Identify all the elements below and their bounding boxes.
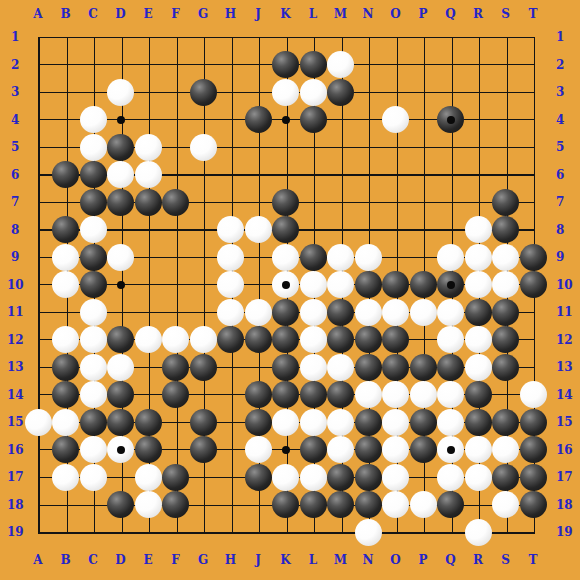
intersection-J10[interactable] xyxy=(244,271,272,299)
intersection-T8[interactable] xyxy=(519,216,547,244)
white-stone-C5[interactable] xyxy=(80,134,107,161)
black-stone-L14[interactable] xyxy=(300,381,327,408)
black-stone-K18[interactable] xyxy=(272,491,299,518)
black-stone-D15[interactable] xyxy=(107,409,134,436)
intersection-H19[interactable] xyxy=(217,518,245,546)
intersection-H11[interactable] xyxy=(217,298,245,326)
intersection-P12[interactable] xyxy=(409,326,437,354)
intersection-N11[interactable] xyxy=(354,298,382,326)
black-stone-F7[interactable] xyxy=(162,189,189,216)
white-stone-C13[interactable] xyxy=(80,354,107,381)
intersection-F18[interactable] xyxy=(162,491,190,519)
intersection-P7[interactable] xyxy=(409,188,437,216)
white-stone-T14[interactable] xyxy=(520,381,547,408)
intersection-S14[interactable] xyxy=(492,381,520,409)
intersection-F19[interactable] xyxy=(162,518,190,546)
intersection-N9[interactable] xyxy=(354,243,382,271)
intersection-C6[interactable] xyxy=(79,161,107,189)
black-stone-N17[interactable] xyxy=(355,464,382,491)
intersection-J4[interactable] xyxy=(244,106,272,134)
intersection-D1[interactable] xyxy=(107,23,135,51)
intersection-N4[interactable] xyxy=(354,106,382,134)
intersection-L13[interactable] xyxy=(299,353,327,381)
black-stone-S7[interactable] xyxy=(492,189,519,216)
intersection-E14[interactable] xyxy=(134,381,162,409)
black-stone-C7[interactable] xyxy=(80,189,107,216)
intersection-O12[interactable] xyxy=(382,326,410,354)
black-stone-T17[interactable] xyxy=(520,464,547,491)
intersection-C15[interactable] xyxy=(79,408,107,436)
intersection-D9[interactable] xyxy=(107,243,135,271)
intersection-B19[interactable] xyxy=(52,518,80,546)
white-stone-L11[interactable] xyxy=(300,299,327,326)
black-stone-O10[interactable] xyxy=(382,271,409,298)
intersection-K3[interactable] xyxy=(272,78,300,106)
intersection-M14[interactable] xyxy=(327,381,355,409)
black-stone-B14[interactable] xyxy=(52,381,79,408)
black-stone-J12[interactable] xyxy=(245,326,272,353)
intersection-S17[interactable] xyxy=(492,463,520,491)
intersection-R6[interactable] xyxy=(464,161,492,189)
intersection-D5[interactable] xyxy=(107,133,135,161)
black-stone-B6[interactable] xyxy=(52,161,79,188)
black-stone-M14[interactable] xyxy=(327,381,354,408)
intersection-L10[interactable] xyxy=(299,271,327,299)
intersection-J16[interactable] xyxy=(244,436,272,464)
intersection-A4[interactable] xyxy=(24,106,52,134)
black-stone-G3[interactable] xyxy=(190,79,217,106)
intersection-R13[interactable] xyxy=(464,353,492,381)
intersection-G12[interactable] xyxy=(189,326,217,354)
white-stone-E18[interactable] xyxy=(135,491,162,518)
intersection-R1[interactable] xyxy=(464,23,492,51)
intersection-F5[interactable] xyxy=(162,133,190,161)
intersection-T6[interactable] xyxy=(519,161,547,189)
intersection-E13[interactable] xyxy=(134,353,162,381)
black-stone-M12[interactable] xyxy=(327,326,354,353)
intersection-F6[interactable] xyxy=(162,161,190,189)
intersection-L1[interactable] xyxy=(299,23,327,51)
intersection-N10[interactable] xyxy=(354,271,382,299)
black-stone-L9[interactable] xyxy=(300,244,327,271)
white-stone-H8[interactable] xyxy=(217,216,244,243)
intersection-A18[interactable] xyxy=(24,491,52,519)
intersection-H9[interactable] xyxy=(217,243,245,271)
intersection-F7[interactable] xyxy=(162,188,190,216)
white-stone-J11[interactable] xyxy=(245,299,272,326)
intersection-K15[interactable] xyxy=(272,408,300,436)
black-stone-R15[interactable] xyxy=(465,409,492,436)
black-stone-G15[interactable] xyxy=(190,409,217,436)
black-stone-S15[interactable] xyxy=(492,409,519,436)
intersection-B14[interactable] xyxy=(52,381,80,409)
white-stone-M10[interactable] xyxy=(327,271,354,298)
white-stone-A15[interactable] xyxy=(25,409,52,436)
intersection-H7[interactable] xyxy=(217,188,245,216)
intersection-S18[interactable] xyxy=(492,491,520,519)
intersection-N8[interactable] xyxy=(354,216,382,244)
intersection-H17[interactable] xyxy=(217,463,245,491)
black-stone-D18[interactable] xyxy=(107,491,134,518)
black-stone-N15[interactable] xyxy=(355,409,382,436)
black-stone-P13[interactable] xyxy=(410,354,437,381)
intersection-P3[interactable] xyxy=(409,78,437,106)
intersection-T15[interactable] xyxy=(519,408,547,436)
white-stone-R17[interactable] xyxy=(465,464,492,491)
black-stone-K2[interactable] xyxy=(272,51,299,78)
intersection-O11[interactable] xyxy=(382,298,410,326)
intersection-M11[interactable] xyxy=(327,298,355,326)
white-stone-D9[interactable] xyxy=(107,244,134,271)
white-stone-C8[interactable] xyxy=(80,216,107,243)
intersection-C13[interactable] xyxy=(79,353,107,381)
intersection-O19[interactable] xyxy=(382,518,410,546)
intersection-K19[interactable] xyxy=(272,518,300,546)
intersection-L19[interactable] xyxy=(299,518,327,546)
black-stone-F18[interactable] xyxy=(162,491,189,518)
intersection-M6[interactable] xyxy=(327,161,355,189)
white-stone-B9[interactable] xyxy=(52,244,79,271)
intersection-J12[interactable] xyxy=(244,326,272,354)
intersection-R14[interactable] xyxy=(464,381,492,409)
intersection-S11[interactable] xyxy=(492,298,520,326)
intersection-E1[interactable] xyxy=(134,23,162,51)
black-stone-J17[interactable] xyxy=(245,464,272,491)
intersection-Q15[interactable] xyxy=(437,408,465,436)
white-stone-O17[interactable] xyxy=(382,464,409,491)
intersection-N18[interactable] xyxy=(354,491,382,519)
white-stone-Q15[interactable] xyxy=(437,409,464,436)
intersection-E7[interactable] xyxy=(134,188,162,216)
intersection-D3[interactable] xyxy=(107,78,135,106)
white-stone-N19[interactable] xyxy=(355,519,382,546)
intersection-O8[interactable] xyxy=(382,216,410,244)
white-stone-G5[interactable] xyxy=(190,134,217,161)
intersection-J15[interactable] xyxy=(244,408,272,436)
white-stone-R9[interactable] xyxy=(465,244,492,271)
intersection-C5[interactable] xyxy=(79,133,107,161)
intersection-O6[interactable] xyxy=(382,161,410,189)
intersection-R2[interactable] xyxy=(464,51,492,79)
white-stone-J16[interactable] xyxy=(245,436,272,463)
intersection-B10[interactable] xyxy=(52,271,80,299)
black-stone-K7[interactable] xyxy=(272,189,299,216)
intersection-E5[interactable] xyxy=(134,133,162,161)
intersection-A17[interactable] xyxy=(24,463,52,491)
intersection-R8[interactable] xyxy=(464,216,492,244)
black-stone-M11[interactable] xyxy=(327,299,354,326)
intersection-S13[interactable] xyxy=(492,353,520,381)
intersection-B4[interactable] xyxy=(52,106,80,134)
intersection-S15[interactable] xyxy=(492,408,520,436)
white-stone-B17[interactable] xyxy=(52,464,79,491)
intersection-C4[interactable] xyxy=(79,106,107,134)
intersection-J14[interactable] xyxy=(244,381,272,409)
intersection-T16[interactable] xyxy=(519,436,547,464)
intersection-C17[interactable] xyxy=(79,463,107,491)
white-stone-O14[interactable] xyxy=(382,381,409,408)
intersection-P13[interactable] xyxy=(409,353,437,381)
white-stone-S10[interactable] xyxy=(492,271,519,298)
intersection-H15[interactable] xyxy=(217,408,245,436)
intersection-S3[interactable] xyxy=(492,78,520,106)
black-stone-O12[interactable] xyxy=(382,326,409,353)
intersection-R12[interactable] xyxy=(464,326,492,354)
intersection-D13[interactable] xyxy=(107,353,135,381)
intersection-A8[interactable] xyxy=(24,216,52,244)
intersection-B16[interactable] xyxy=(52,436,80,464)
intersection-K17[interactable] xyxy=(272,463,300,491)
intersection-H2[interactable] xyxy=(217,51,245,79)
white-stone-N9[interactable] xyxy=(355,244,382,271)
intersection-J17[interactable] xyxy=(244,463,272,491)
white-stone-G12[interactable] xyxy=(190,326,217,353)
intersection-P10[interactable] xyxy=(409,271,437,299)
intersection-D8[interactable] xyxy=(107,216,135,244)
black-stone-M17[interactable] xyxy=(327,464,354,491)
intersection-P19[interactable] xyxy=(409,518,437,546)
intersection-F9[interactable] xyxy=(162,243,190,271)
intersection-S5[interactable] xyxy=(492,133,520,161)
intersection-R9[interactable] xyxy=(464,243,492,271)
intersection-M18[interactable] xyxy=(327,491,355,519)
white-stone-S9[interactable] xyxy=(492,244,519,271)
intersection-M12[interactable] xyxy=(327,326,355,354)
white-stone-H10[interactable] xyxy=(217,271,244,298)
intersection-P17[interactable] xyxy=(409,463,437,491)
white-stone-H11[interactable] xyxy=(217,299,244,326)
intersection-O4[interactable] xyxy=(382,106,410,134)
intersection-K11[interactable] xyxy=(272,298,300,326)
black-stone-J15[interactable] xyxy=(245,409,272,436)
intersection-G9[interactable] xyxy=(189,243,217,271)
intersection-C16[interactable] xyxy=(79,436,107,464)
intersection-M13[interactable] xyxy=(327,353,355,381)
intersection-F3[interactable] xyxy=(162,78,190,106)
intersection-Q6[interactable] xyxy=(437,161,465,189)
black-stone-B13[interactable] xyxy=(52,354,79,381)
white-stone-K15[interactable] xyxy=(272,409,299,436)
intersection-T17[interactable] xyxy=(519,463,547,491)
white-stone-M13[interactable] xyxy=(327,354,354,381)
white-stone-M16[interactable] xyxy=(327,436,354,463)
intersection-G1[interactable] xyxy=(189,23,217,51)
intersection-D19[interactable] xyxy=(107,518,135,546)
intersection-Q17[interactable] xyxy=(437,463,465,491)
intersection-A6[interactable] xyxy=(24,161,52,189)
white-stone-Q17[interactable] xyxy=(437,464,464,491)
intersection-F16[interactable] xyxy=(162,436,190,464)
intersection-G14[interactable] xyxy=(189,381,217,409)
intersection-B9[interactable] xyxy=(52,243,80,271)
intersection-S1[interactable] xyxy=(492,23,520,51)
black-stone-R11[interactable] xyxy=(465,299,492,326)
intersection-D6[interactable] xyxy=(107,161,135,189)
white-stone-O18[interactable] xyxy=(382,491,409,518)
white-stone-D13[interactable] xyxy=(107,354,134,381)
white-stone-E5[interactable] xyxy=(135,134,162,161)
white-stone-K3[interactable] xyxy=(272,79,299,106)
intersection-P2[interactable] xyxy=(409,51,437,79)
intersection-Q2[interactable] xyxy=(437,51,465,79)
black-stone-F17[interactable] xyxy=(162,464,189,491)
intersection-K1[interactable] xyxy=(272,23,300,51)
intersection-B2[interactable] xyxy=(52,51,80,79)
black-stone-M18[interactable] xyxy=(327,491,354,518)
white-stone-D6[interactable] xyxy=(107,161,134,188)
intersection-K7[interactable] xyxy=(272,188,300,216)
intersection-O2[interactable] xyxy=(382,51,410,79)
intersection-B6[interactable] xyxy=(52,161,80,189)
intersection-O18[interactable] xyxy=(382,491,410,519)
intersection-D18[interactable] xyxy=(107,491,135,519)
intersection-F12[interactable] xyxy=(162,326,190,354)
white-stone-M15[interactable] xyxy=(327,409,354,436)
intersection-P9[interactable] xyxy=(409,243,437,271)
black-stone-F13[interactable] xyxy=(162,354,189,381)
white-stone-P11[interactable] xyxy=(410,299,437,326)
intersection-M1[interactable] xyxy=(327,23,355,51)
intersection-S6[interactable] xyxy=(492,161,520,189)
intersection-J19[interactable] xyxy=(244,518,272,546)
black-stone-B16[interactable] xyxy=(52,436,79,463)
black-stone-K14[interactable] xyxy=(272,381,299,408)
intersection-N1[interactable] xyxy=(354,23,382,51)
intersection-N15[interactable] xyxy=(354,408,382,436)
intersection-N17[interactable] xyxy=(354,463,382,491)
intersection-A14[interactable] xyxy=(24,381,52,409)
intersection-Q12[interactable] xyxy=(437,326,465,354)
intersection-B12[interactable] xyxy=(52,326,80,354)
intersection-K12[interactable] xyxy=(272,326,300,354)
intersection-H10[interactable] xyxy=(217,271,245,299)
intersection-O15[interactable] xyxy=(382,408,410,436)
intersection-A2[interactable] xyxy=(24,51,52,79)
intersection-R11[interactable] xyxy=(464,298,492,326)
black-stone-P10[interactable] xyxy=(410,271,437,298)
intersection-G6[interactable] xyxy=(189,161,217,189)
intersection-J3[interactable] xyxy=(244,78,272,106)
white-stone-H9[interactable] xyxy=(217,244,244,271)
black-stone-Q13[interactable] xyxy=(437,354,464,381)
intersection-K8[interactable] xyxy=(272,216,300,244)
intersection-M15[interactable] xyxy=(327,408,355,436)
intersection-E18[interactable] xyxy=(134,491,162,519)
black-stone-G16[interactable] xyxy=(190,436,217,463)
intersection-C3[interactable] xyxy=(79,78,107,106)
white-stone-L13[interactable] xyxy=(300,354,327,381)
black-stone-B8[interactable] xyxy=(52,216,79,243)
intersection-E8[interactable] xyxy=(134,216,162,244)
intersection-N16[interactable] xyxy=(354,436,382,464)
intersection-H12[interactable] xyxy=(217,326,245,354)
intersection-M16[interactable] xyxy=(327,436,355,464)
white-stone-K9[interactable] xyxy=(272,244,299,271)
intersection-Q7[interactable] xyxy=(437,188,465,216)
intersection-S4[interactable] xyxy=(492,106,520,134)
intersection-D15[interactable] xyxy=(107,408,135,436)
intersection-F10[interactable] xyxy=(162,271,190,299)
intersection-S8[interactable] xyxy=(492,216,520,244)
black-stone-C10[interactable] xyxy=(80,271,107,298)
white-stone-R10[interactable] xyxy=(465,271,492,298)
intersection-H18[interactable] xyxy=(217,491,245,519)
intersection-R18[interactable] xyxy=(464,491,492,519)
intersection-K14[interactable] xyxy=(272,381,300,409)
intersection-O10[interactable] xyxy=(382,271,410,299)
black-stone-C15[interactable] xyxy=(80,409,107,436)
white-stone-C17[interactable] xyxy=(80,464,107,491)
intersection-P16[interactable] xyxy=(409,436,437,464)
black-stone-O13[interactable] xyxy=(382,354,409,381)
intersection-J9[interactable] xyxy=(244,243,272,271)
white-stone-O16[interactable] xyxy=(382,436,409,463)
intersection-A5[interactable] xyxy=(24,133,52,161)
black-stone-P16[interactable] xyxy=(410,436,437,463)
intersection-C11[interactable] xyxy=(79,298,107,326)
intersection-N12[interactable] xyxy=(354,326,382,354)
intersection-E17[interactable] xyxy=(134,463,162,491)
white-stone-L17[interactable] xyxy=(300,464,327,491)
white-stone-B10[interactable] xyxy=(52,271,79,298)
intersection-M19[interactable] xyxy=(327,518,355,546)
intersection-O16[interactable] xyxy=(382,436,410,464)
intersection-G19[interactable] xyxy=(189,518,217,546)
black-stone-N16[interactable] xyxy=(355,436,382,463)
intersection-F17[interactable] xyxy=(162,463,190,491)
intersection-A1[interactable] xyxy=(24,23,52,51)
intersection-F11[interactable] xyxy=(162,298,190,326)
intersection-G16[interactable] xyxy=(189,436,217,464)
black-stone-M3[interactable] xyxy=(327,79,354,106)
intersection-Q11[interactable] xyxy=(437,298,465,326)
intersection-A9[interactable] xyxy=(24,243,52,271)
black-stone-R14[interactable] xyxy=(465,381,492,408)
intersection-N2[interactable] xyxy=(354,51,382,79)
white-stone-C14[interactable] xyxy=(80,381,107,408)
intersection-G8[interactable] xyxy=(189,216,217,244)
white-stone-R12[interactable] xyxy=(465,326,492,353)
intersection-T18[interactable] xyxy=(519,491,547,519)
intersection-D2[interactable] xyxy=(107,51,135,79)
intersection-N13[interactable] xyxy=(354,353,382,381)
black-stone-L16[interactable] xyxy=(300,436,327,463)
intersection-O14[interactable] xyxy=(382,381,410,409)
intersection-T9[interactable] xyxy=(519,243,547,271)
intersection-A15[interactable] xyxy=(24,408,52,436)
intersection-A7[interactable] xyxy=(24,188,52,216)
white-stone-M9[interactable] xyxy=(327,244,354,271)
intersection-C18[interactable] xyxy=(79,491,107,519)
intersection-L5[interactable] xyxy=(299,133,327,161)
white-stone-N11[interactable] xyxy=(355,299,382,326)
intersection-P6[interactable] xyxy=(409,161,437,189)
white-stone-C12[interactable] xyxy=(80,326,107,353)
black-stone-L18[interactable] xyxy=(300,491,327,518)
intersection-R17[interactable] xyxy=(464,463,492,491)
intersection-L17[interactable] xyxy=(299,463,327,491)
intersection-B17[interactable] xyxy=(52,463,80,491)
intersection-O1[interactable] xyxy=(382,23,410,51)
intersection-J13[interactable] xyxy=(244,353,272,381)
black-stone-H12[interactable] xyxy=(217,326,244,353)
intersection-K6[interactable] xyxy=(272,161,300,189)
intersection-A10[interactable] xyxy=(24,271,52,299)
intersection-K2[interactable] xyxy=(272,51,300,79)
white-stone-F12[interactable] xyxy=(162,326,189,353)
black-stone-N12[interactable] xyxy=(355,326,382,353)
intersection-Q3[interactable] xyxy=(437,78,465,106)
